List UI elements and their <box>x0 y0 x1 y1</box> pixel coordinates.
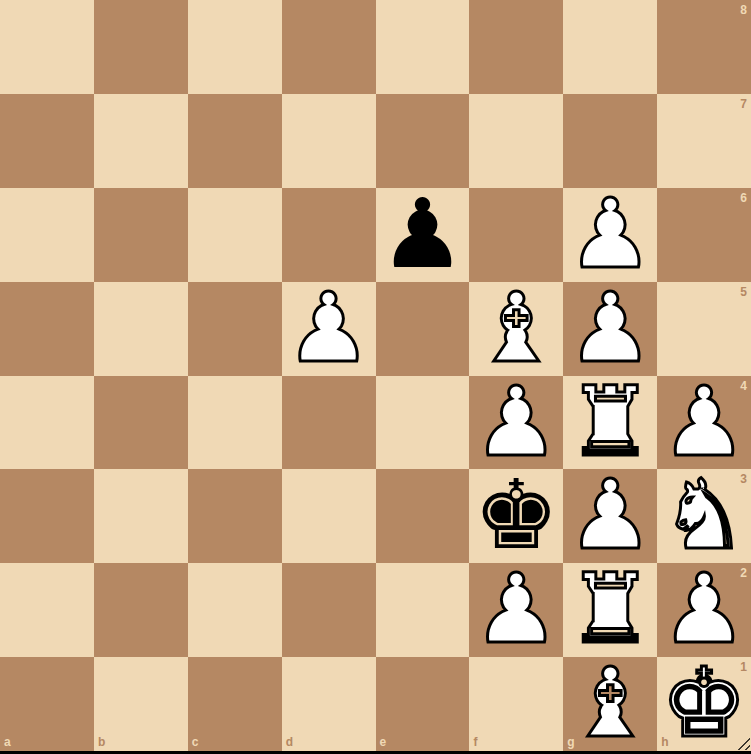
square-e5[interactable] <box>376 282 470 376</box>
square-f8[interactable] <box>469 0 563 94</box>
square-e4[interactable] <box>376 376 470 470</box>
piece-white-pawn[interactable]: ♟ <box>469 563 563 657</box>
piece-white-rook[interactable]: ♜ <box>563 563 657 657</box>
square-g3[interactable]: ♟ <box>563 469 657 563</box>
coord-file-e: e <box>380 736 387 748</box>
square-g8[interactable] <box>563 0 657 94</box>
piece-white-pawn[interactable]: ♟ <box>563 188 657 282</box>
square-h1[interactable]: h1♚ <box>657 657 751 751</box>
piece-black-king[interactable]: ♚ <box>469 469 563 563</box>
square-a6[interactable] <box>0 188 94 282</box>
coord-rank-6: 6 <box>740 192 747 204</box>
square-b8[interactable] <box>94 0 188 94</box>
square-e6[interactable]: ♟ <box>376 188 470 282</box>
square-c8[interactable] <box>188 0 282 94</box>
square-c7[interactable] <box>188 94 282 188</box>
square-h4[interactable]: 4♟ <box>657 376 751 470</box>
square-h8[interactable]: 8 <box>657 0 751 94</box>
square-c6[interactable] <box>188 188 282 282</box>
square-b5[interactable] <box>94 282 188 376</box>
square-c3[interactable] <box>188 469 282 563</box>
square-e1[interactable]: e <box>376 657 470 751</box>
square-a8[interactable] <box>0 0 94 94</box>
square-f6[interactable] <box>469 188 563 282</box>
square-d2[interactable] <box>282 563 376 657</box>
coord-rank-8: 8 <box>740 4 747 16</box>
square-c1[interactable]: c <box>188 657 282 751</box>
square-a2[interactable] <box>0 563 94 657</box>
square-g1[interactable]: g♝ <box>563 657 657 751</box>
square-d1[interactable]: d <box>282 657 376 751</box>
square-c5[interactable] <box>188 282 282 376</box>
square-d4[interactable] <box>282 376 376 470</box>
square-a7[interactable] <box>0 94 94 188</box>
coord-file-g: g <box>567 736 574 748</box>
square-e7[interactable] <box>376 94 470 188</box>
piece-white-pawn[interactable]: ♟ <box>657 563 751 657</box>
square-e8[interactable] <box>376 0 470 94</box>
square-a1[interactable]: a <box>0 657 94 751</box>
coord-file-c: c <box>192 736 199 748</box>
lichess-board-screenshot: 87♟♟6♟♝♟5♟♜4♟♚♟3♞♟♜2♟abcdefg♝h1♚ <box>0 0 751 754</box>
coord-file-a: a <box>4 736 11 748</box>
square-a4[interactable] <box>0 376 94 470</box>
square-b7[interactable] <box>94 94 188 188</box>
piece-white-pawn[interactable]: ♟ <box>657 376 751 470</box>
piece-white-bishop[interactable]: ♝ <box>469 282 563 376</box>
square-b4[interactable] <box>94 376 188 470</box>
square-g5[interactable]: ♟ <box>563 282 657 376</box>
square-g7[interactable] <box>563 94 657 188</box>
piece-white-pawn[interactable]: ♟ <box>563 469 657 563</box>
piece-white-rook[interactable]: ♜ <box>563 376 657 470</box>
square-h6[interactable]: 6 <box>657 188 751 282</box>
piece-white-bishop[interactable]: ♝ <box>563 657 657 751</box>
square-c4[interactable] <box>188 376 282 470</box>
square-f7[interactable] <box>469 94 563 188</box>
square-e2[interactable] <box>376 563 470 657</box>
square-f1[interactable]: f <box>469 657 563 751</box>
piece-white-pawn[interactable]: ♟ <box>282 282 376 376</box>
piece-black-pawn[interactable]: ♟ <box>376 188 470 282</box>
square-d8[interactable] <box>282 0 376 94</box>
coord-rank-1: 1 <box>740 661 747 673</box>
chess-board: 87♟♟6♟♝♟5♟♜4♟♚♟3♞♟♜2♟abcdefg♝h1♚ <box>0 0 751 751</box>
piece-white-pawn[interactable]: ♟ <box>469 376 563 470</box>
square-f3[interactable]: ♚ <box>469 469 563 563</box>
square-h2[interactable]: 2♟ <box>657 563 751 657</box>
square-h7[interactable]: 7 <box>657 94 751 188</box>
square-f2[interactable]: ♟ <box>469 563 563 657</box>
square-f4[interactable]: ♟ <box>469 376 563 470</box>
coord-file-b: b <box>98 736 105 748</box>
square-e3[interactable] <box>376 469 470 563</box>
square-d7[interactable] <box>282 94 376 188</box>
square-f5[interactable]: ♝ <box>469 282 563 376</box>
square-d6[interactable] <box>282 188 376 282</box>
square-b1[interactable]: b <box>94 657 188 751</box>
square-d5[interactable]: ♟ <box>282 282 376 376</box>
square-c2[interactable] <box>188 563 282 657</box>
coord-rank-2: 2 <box>740 567 747 579</box>
piece-white-pawn[interactable]: ♟ <box>563 282 657 376</box>
square-b6[interactable] <box>94 188 188 282</box>
coord-rank-7: 7 <box>740 98 747 110</box>
square-a5[interactable] <box>0 282 94 376</box>
square-b3[interactable] <box>94 469 188 563</box>
coord-rank-5: 5 <box>740 286 747 298</box>
coord-rank-3: 3 <box>740 473 747 485</box>
square-g6[interactable]: ♟ <box>563 188 657 282</box>
coord-file-h: h <box>661 736 668 748</box>
square-g2[interactable]: ♜ <box>563 563 657 657</box>
piece-white-king[interactable]: ♚ <box>657 657 751 751</box>
coord-file-d: d <box>286 736 293 748</box>
coord-file-f: f <box>473 736 477 748</box>
square-h5[interactable]: 5 <box>657 282 751 376</box>
coord-rank-4: 4 <box>740 380 747 392</box>
square-g4[interactable]: ♜ <box>563 376 657 470</box>
square-d3[interactable] <box>282 469 376 563</box>
square-h3[interactable]: 3♞ <box>657 469 751 563</box>
square-b2[interactable] <box>94 563 188 657</box>
square-a3[interactable] <box>0 469 94 563</box>
piece-white-knight[interactable]: ♞ <box>657 469 751 563</box>
